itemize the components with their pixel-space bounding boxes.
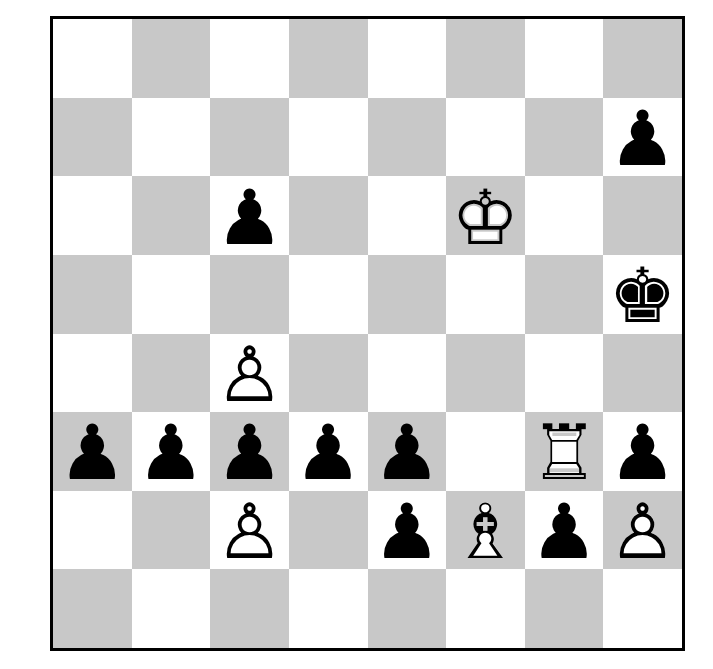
piece-glyph: ♟ (137, 415, 205, 491)
black-pawn[interactable]: ♟ (215, 415, 283, 491)
white-pawn[interactable]: ♟♙ (215, 494, 283, 570)
piece-glyph: ♟ (58, 415, 126, 491)
black-pawn[interactable]: ♟ (530, 494, 598, 570)
square-f1[interactable] (446, 569, 525, 648)
black-pawn[interactable]: ♟ (373, 494, 441, 570)
black-pawn[interactable]: ♟ (58, 415, 126, 491)
square-e8[interactable] (368, 19, 447, 98)
square-g4[interactable] (525, 334, 604, 413)
square-b5[interactable] (132, 255, 211, 334)
piece-glyph: ♟ (530, 494, 598, 570)
square-f3[interactable] (446, 412, 525, 491)
square-h3[interactable]: ♟ (603, 412, 682, 491)
square-g7[interactable] (525, 98, 604, 177)
square-c8[interactable] (210, 19, 289, 98)
square-b3[interactable]: ♟ (132, 412, 211, 491)
square-f7[interactable] (446, 98, 525, 177)
piece-glyph: ♟ (294, 415, 362, 491)
square-d3[interactable]: ♟ (289, 412, 368, 491)
black-pawn[interactable]: ♟ (373, 415, 441, 491)
square-b4[interactable] (132, 334, 211, 413)
square-c3[interactable]: ♟ (210, 412, 289, 491)
black-pawn[interactable]: ♟ (215, 180, 283, 256)
square-c2[interactable]: ♟♙ (210, 491, 289, 570)
square-a5[interactable] (53, 255, 132, 334)
square-h7[interactable]: ♟ (603, 98, 682, 177)
square-f6[interactable]: ♚♔ (446, 176, 525, 255)
square-g1[interactable] (525, 569, 604, 648)
white-pawn[interactable]: ♟♙ (215, 337, 283, 413)
square-h4[interactable] (603, 334, 682, 413)
square-b7[interactable] (132, 98, 211, 177)
square-a4[interactable] (53, 334, 132, 413)
square-d4[interactable] (289, 334, 368, 413)
piece-glyph: ♟ (609, 101, 677, 177)
square-a8[interactable] (53, 19, 132, 98)
square-e7[interactable] (368, 98, 447, 177)
square-a2[interactable] (53, 491, 132, 570)
white-rook[interactable]: ♜♖ (530, 415, 598, 491)
square-b6[interactable] (132, 176, 211, 255)
square-f2[interactable]: ♝♗ (446, 491, 525, 570)
black-pawn[interactable]: ♟ (137, 415, 205, 491)
piece-glyph: ♚ (609, 258, 677, 334)
square-b2[interactable] (132, 491, 211, 570)
diagram-background: ♟♟♚♔♚♟♙♟♟♟♟♟♜♖♟♟♙♟♝♗♟♟♙ (0, 0, 713, 669)
square-d8[interactable] (289, 19, 368, 98)
square-a3[interactable]: ♟ (53, 412, 132, 491)
piece-outline-layer: ♔ (451, 180, 519, 256)
piece-glyph: ♟ (215, 180, 283, 256)
black-pawn[interactable]: ♟ (294, 415, 362, 491)
square-d1[interactable] (289, 569, 368, 648)
square-c6[interactable]: ♟ (210, 176, 289, 255)
square-g2[interactable]: ♟ (525, 491, 604, 570)
square-b1[interactable] (132, 569, 211, 648)
black-pawn[interactable]: ♟ (609, 415, 677, 491)
square-d2[interactable] (289, 491, 368, 570)
square-e4[interactable] (368, 334, 447, 413)
piece-glyph: ♟ (215, 415, 283, 491)
square-d7[interactable] (289, 98, 368, 177)
black-king[interactable]: ♚ (609, 258, 677, 334)
square-c7[interactable] (210, 98, 289, 177)
square-a1[interactable] (53, 569, 132, 648)
chess-board: ♟♟♚♔♚♟♙♟♟♟♟♟♜♖♟♟♙♟♝♗♟♟♙ (50, 16, 685, 651)
square-e5[interactable] (368, 255, 447, 334)
square-g5[interactable] (525, 255, 604, 334)
square-c1[interactable] (210, 569, 289, 648)
square-g8[interactable] (525, 19, 604, 98)
white-bishop[interactable]: ♝♗ (451, 494, 519, 570)
square-h5[interactable]: ♚ (603, 255, 682, 334)
piece-outline-layer: ♖ (530, 415, 598, 491)
square-d5[interactable] (289, 255, 368, 334)
white-king[interactable]: ♚♔ (451, 180, 519, 256)
square-a6[interactable] (53, 176, 132, 255)
white-pawn[interactable]: ♟♙ (609, 494, 677, 570)
square-a7[interactable] (53, 98, 132, 177)
piece-outline-layer: ♗ (451, 494, 519, 570)
square-d6[interactable] (289, 176, 368, 255)
square-c4[interactable]: ♟♙ (210, 334, 289, 413)
square-e6[interactable] (368, 176, 447, 255)
square-h1[interactable] (603, 569, 682, 648)
square-h8[interactable] (603, 19, 682, 98)
square-h6[interactable] (603, 176, 682, 255)
piece-outline-layer: ♙ (215, 494, 283, 570)
square-e1[interactable] (368, 569, 447, 648)
square-g3[interactable]: ♜♖ (525, 412, 604, 491)
square-g6[interactable] (525, 176, 604, 255)
square-f8[interactable] (446, 19, 525, 98)
piece-glyph: ♟ (373, 494, 441, 570)
square-f5[interactable] (446, 255, 525, 334)
square-c5[interactable] (210, 255, 289, 334)
square-e3[interactable]: ♟ (368, 412, 447, 491)
square-f4[interactable] (446, 334, 525, 413)
square-b8[interactable] (132, 19, 211, 98)
piece-outline-layer: ♙ (609, 494, 677, 570)
piece-glyph: ♟ (373, 415, 441, 491)
piece-outline-layer: ♙ (215, 337, 283, 413)
black-pawn[interactable]: ♟ (609, 101, 677, 177)
square-h2[interactable]: ♟♙ (603, 491, 682, 570)
piece-glyph: ♟ (609, 415, 677, 491)
square-e2[interactable]: ♟ (368, 491, 447, 570)
